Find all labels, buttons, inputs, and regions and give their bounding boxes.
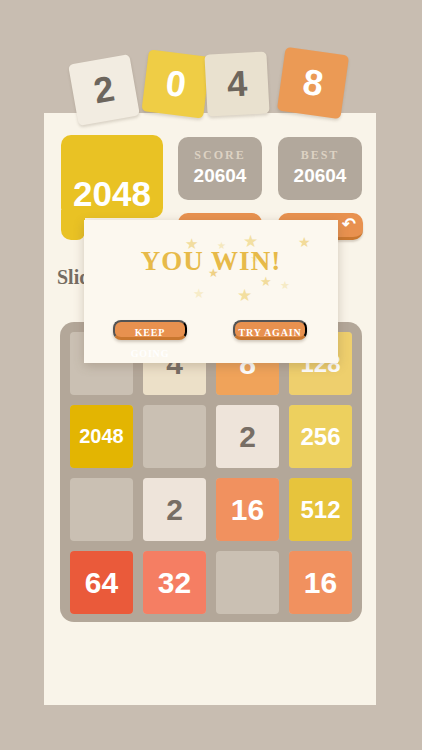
tile-64: 64 [70,551,133,614]
cell-r3c3: 16 [216,478,279,541]
star-icon: ★ [237,287,252,304]
cell-r2c2 [143,405,206,468]
tile-2: 2 [143,478,206,541]
cell-r4c1: 64 [70,551,133,614]
logo-strip-tile-4: 4 [204,51,269,116]
cell-r3c1 [70,478,133,541]
game-board[interactable]: 4812820482256216512643216 [60,322,362,622]
cell-r2c4: 256 [289,405,352,468]
score-label: SCORE [178,148,262,163]
logo-strip-tile-8: 8 [277,47,349,119]
best-label: BEST [278,148,362,163]
cell-r3c2: 2 [143,478,206,541]
star-icon: ★ [280,280,290,291]
app-logo-tab [61,210,85,240]
tile-16: 16 [216,478,279,541]
tile-256: 256 [289,405,352,468]
win-overlay-dialog: ★★★★★★★★★★ YOU WIN! KEEP GOING TRY AGAIN [84,220,338,363]
app-logo-tile: 2048 [61,135,163,218]
tile-16: 16 [289,551,352,614]
cell-r2c1: 2048 [70,405,133,468]
score-box: SCORE 20604 [178,137,262,200]
star-icon: ★ [193,287,205,300]
cell-r3c4: 512 [289,478,352,541]
logo-strip-tile-0: 0 [141,49,210,118]
cell-r4c3 [216,551,279,614]
tile-2048: 2048 [70,405,133,468]
cell-r4c4: 16 [289,551,352,614]
score-value: 20604 [178,165,262,187]
cell-r4c2: 32 [143,551,206,614]
win-title: YOU WIN! [84,246,338,277]
cell-r2c3: 2 [216,405,279,468]
undo-icon: ↶ [342,214,356,234]
tile-512: 512 [289,478,352,541]
best-box: BEST 20604 [278,137,362,200]
logo-strip-tile-2: 2 [68,54,140,126]
best-value: 20604 [278,165,362,187]
tile-2: 2 [216,405,279,468]
keep-going-button[interactable]: KEEP GOING [113,320,187,340]
phone-screen: 2048 2048 SCORE 20604 BEST 20604 ↶ Slid … [0,0,422,750]
try-again-button[interactable]: TRY AGAIN [233,320,307,340]
tile-32: 32 [143,551,206,614]
